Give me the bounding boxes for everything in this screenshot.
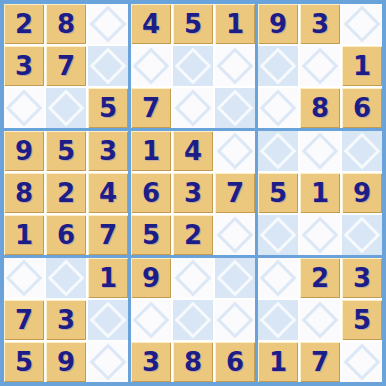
cell-r9c2: 9 — [46, 342, 86, 382]
cell-r5c5: 3 — [173, 173, 213, 213]
cell-r2c1: 3 — [4, 46, 44, 86]
cell-r9c7: 1 — [258, 342, 298, 382]
cell-r8c8[interactable] — [300, 300, 340, 340]
diamond-icon — [260, 48, 297, 85]
cell-r6c1: 1 — [4, 215, 44, 255]
cell-r7c2[interactable] — [46, 258, 86, 298]
cell-r5c4: 6 — [131, 173, 171, 213]
box-separator-vertical-2 — [255, 4, 258, 382]
diamond-icon — [217, 48, 254, 85]
diamond-icon — [302, 48, 339, 85]
cell-r7c4: 9 — [131, 258, 171, 298]
diamond-icon — [217, 90, 254, 127]
diamond-icon — [6, 90, 43, 127]
sudoku-board: 2845193371578695314824637519167521923735… — [0, 0, 386, 386]
cell-r3c8: 8 — [300, 88, 340, 128]
diamond-icon — [175, 302, 212, 339]
cell-r1c2: 8 — [46, 4, 86, 44]
diamond-icon — [260, 260, 297, 297]
cell-r7c7[interactable] — [258, 258, 298, 298]
cell-r6c6[interactable] — [215, 215, 255, 255]
cell-r9c5: 8 — [173, 342, 213, 382]
cell-r9c8: 7 — [300, 342, 340, 382]
cell-r5c2: 2 — [46, 173, 86, 213]
cell-r6c8[interactable] — [300, 215, 340, 255]
cell-r4c9[interactable] — [342, 131, 382, 171]
diamond-icon — [133, 302, 170, 339]
cell-r1c1: 2 — [4, 4, 44, 44]
diamond-icon — [344, 217, 381, 254]
box-separator-horizontal-2 — [4, 255, 382, 258]
diamond-icon — [260, 302, 297, 339]
cell-r1c5: 5 — [173, 4, 213, 44]
diamond-icon — [260, 133, 297, 170]
cell-r7c5[interactable] — [173, 258, 213, 298]
diamond-icon — [260, 90, 297, 127]
cell-r6c2: 6 — [46, 215, 86, 255]
cell-r4c3: 3 — [88, 131, 128, 171]
cell-r8c7[interactable] — [258, 300, 298, 340]
cell-r3c2[interactable] — [46, 88, 86, 128]
diamond-icon — [217, 133, 254, 170]
cell-r7c3: 1 — [88, 258, 128, 298]
cell-r8c5[interactable] — [173, 300, 213, 340]
cell-r3c1[interactable] — [4, 88, 44, 128]
cell-r6c3: 7 — [88, 215, 128, 255]
cell-r3c3: 5 — [88, 88, 128, 128]
cell-r7c6[interactable] — [215, 258, 255, 298]
cell-r4c5: 4 — [173, 131, 213, 171]
diamond-icon — [6, 260, 43, 297]
diamond-icon — [133, 48, 170, 85]
cell-r3c4: 7 — [131, 88, 171, 128]
diamond-icon — [90, 344, 127, 381]
cell-r4c1: 9 — [4, 131, 44, 171]
diamond-icon — [175, 48, 212, 85]
cell-r1c3[interactable] — [88, 4, 128, 44]
cell-r2c3[interactable] — [88, 46, 128, 86]
cell-r2c5[interactable] — [173, 46, 213, 86]
box-separator-horizontal-1 — [4, 128, 382, 131]
cell-r7c1[interactable] — [4, 258, 44, 298]
cell-r4c6[interactable] — [215, 131, 255, 171]
cell-r1c9[interactable] — [342, 4, 382, 44]
cell-r6c5: 2 — [173, 215, 213, 255]
diamond-icon — [90, 302, 127, 339]
cell-r2c9: 1 — [342, 46, 382, 86]
diamond-icon — [48, 90, 85, 127]
cell-r4c4: 1 — [131, 131, 171, 171]
cell-r1c8: 3 — [300, 4, 340, 44]
cell-r8c2: 3 — [46, 300, 86, 340]
cell-r6c7[interactable] — [258, 215, 298, 255]
cell-r3c9: 6 — [342, 88, 382, 128]
cell-r9c9[interactable] — [342, 342, 382, 382]
cell-r5c3: 4 — [88, 173, 128, 213]
diamond-icon — [217, 217, 254, 254]
cell-r5c1: 8 — [4, 173, 44, 213]
cell-r7c9: 3 — [342, 258, 382, 298]
cell-r6c9[interactable] — [342, 215, 382, 255]
diamond-icon — [90, 6, 127, 43]
cell-r2c7[interactable] — [258, 46, 298, 86]
cell-r8c6[interactable] — [215, 300, 255, 340]
cell-r8c9: 5 — [342, 300, 382, 340]
cell-r2c4[interactable] — [131, 46, 171, 86]
cell-r4c7[interactable] — [258, 131, 298, 171]
cell-r8c1: 7 — [4, 300, 44, 340]
cell-r2c6[interactable] — [215, 46, 255, 86]
cell-r9c3[interactable] — [88, 342, 128, 382]
diamond-icon — [302, 217, 339, 254]
cell-r3c6[interactable] — [215, 88, 255, 128]
cell-r1c7: 9 — [258, 4, 298, 44]
diamond-icon — [90, 48, 127, 85]
cell-r5c8: 1 — [300, 173, 340, 213]
diamond-icon — [302, 302, 339, 339]
cell-r3c7[interactable] — [258, 88, 298, 128]
diamond-icon — [302, 133, 339, 170]
cell-r2c8[interactable] — [300, 46, 340, 86]
cell-r7c8: 2 — [300, 258, 340, 298]
diamond-icon — [175, 260, 212, 297]
cell-r1c6: 1 — [215, 4, 255, 44]
cell-r9c6: 6 — [215, 342, 255, 382]
cell-r1c4: 4 — [131, 4, 171, 44]
cell-r2c2: 7 — [46, 46, 86, 86]
diamond-icon — [48, 260, 85, 297]
box-separator-vertical-1 — [128, 4, 131, 382]
cell-r5c9: 9 — [342, 173, 382, 213]
diamond-icon — [344, 133, 381, 170]
cell-r8c3[interactable] — [88, 300, 128, 340]
cell-r6c4: 5 — [131, 215, 171, 255]
diamond-icon — [344, 344, 381, 381]
cell-r9c4: 3 — [131, 342, 171, 382]
sudoku-grid: 2845193371578695314824637519167521923735… — [4, 4, 382, 382]
cell-r4c2: 5 — [46, 131, 86, 171]
cell-r4c8[interactable] — [300, 131, 340, 171]
diamond-icon — [344, 6, 381, 43]
cell-r9c1: 5 — [4, 342, 44, 382]
diamond-icon — [217, 260, 254, 297]
cell-r5c7: 5 — [258, 173, 298, 213]
diamond-icon — [260, 217, 297, 254]
cell-r5c6: 7 — [215, 173, 255, 213]
diamond-icon — [175, 90, 212, 127]
diamond-icon — [217, 302, 254, 339]
cell-r8c4[interactable] — [131, 300, 171, 340]
cell-r3c5[interactable] — [173, 88, 213, 128]
